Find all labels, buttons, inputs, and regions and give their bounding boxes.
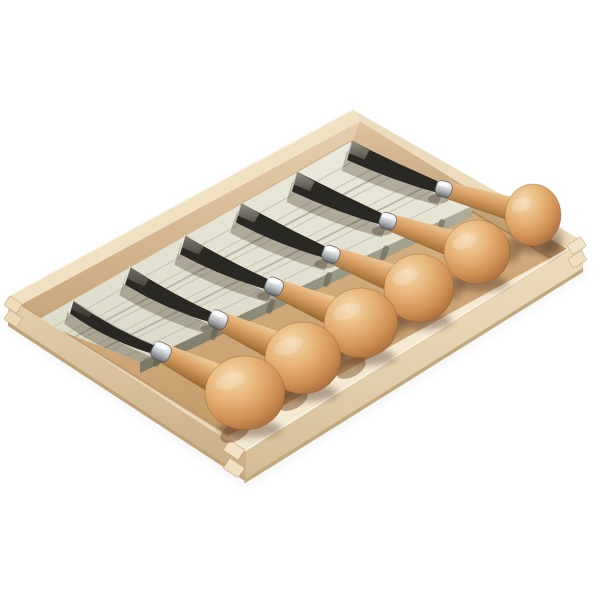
handle-cap: [444, 220, 510, 284]
strip-edge-shadow: [269, 302, 272, 311]
chisel-set-scene: [0, 0, 600, 600]
strip-edge-shadow: [383, 248, 386, 257]
strip-edge-shadow: [213, 328, 216, 337]
handle-cap: [505, 184, 561, 246]
product-photo: [0, 0, 600, 600]
strip-edge-shadow: [326, 275, 329, 284]
handle-cap: [205, 356, 285, 430]
